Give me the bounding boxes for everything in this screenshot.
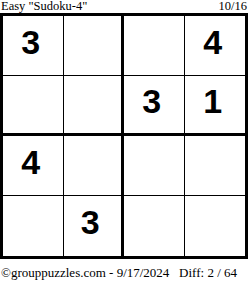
header: Easy "Sudoku-4" 10/16 (0, 0, 248, 13)
cell-r3c2[interactable] (64, 136, 125, 196)
cell-r1c2[interactable] (64, 16, 125, 76)
cell-r3c3[interactable] (124, 136, 185, 196)
given-digit: 3 (142, 84, 161, 118)
footer: ©grouppuzzles.com - 9/17/2024 Diff: 2 / … (0, 259, 248, 282)
puzzle-counter: 10/16 (219, 0, 247, 13)
given-digit: 4 (21, 145, 40, 179)
sudoku-board: 343143 (0, 13, 248, 259)
cell-r2c2[interactable] (64, 76, 125, 136)
puzzle-title: Easy "Sudoku-4" (1, 0, 87, 13)
cell-r1c3[interactable] (124, 16, 185, 76)
cell-r4c4[interactable] (185, 196, 246, 256)
given-digit: 4 (203, 25, 222, 59)
cell-r3c1[interactable]: 4 (3, 136, 64, 196)
cell-r4c2[interactable]: 3 (64, 196, 125, 256)
given-digit: 1 (203, 84, 222, 118)
cell-r1c1[interactable]: 3 (3, 16, 64, 76)
difficulty-text: Diff: 2 / 64 (179, 265, 237, 280)
cell-r2c4[interactable]: 1 (185, 76, 246, 136)
cell-r1c4[interactable]: 4 (185, 16, 246, 76)
given-digit: 3 (81, 205, 100, 239)
copyright-text: ©grouppuzzles.com - 9/17/2024 (1, 265, 169, 280)
cell-r4c3[interactable] (124, 196, 185, 256)
page-root: Easy "Sudoku-4" 10/16 343143 ©grouppuzzl… (0, 0, 248, 282)
cell-r3c4[interactable] (185, 136, 246, 196)
cell-r2c1[interactable] (3, 76, 64, 136)
given-digit: 3 (21, 25, 40, 59)
cell-r4c1[interactable] (3, 196, 64, 256)
cell-r2c3[interactable]: 3 (124, 76, 185, 136)
